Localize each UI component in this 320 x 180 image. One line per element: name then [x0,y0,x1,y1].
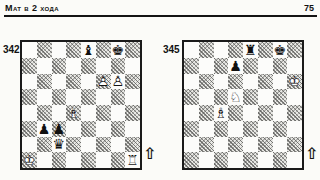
square-b1 [37,152,52,168]
square-d7 [66,58,81,74]
square-e2 [243,137,258,153]
square-e4 [243,105,258,121]
square-g2 [273,137,288,153]
square-c8 [214,42,229,58]
square-a1: ♚♔ [22,152,37,168]
black-king: ♚ [111,42,126,58]
square-g7 [273,58,288,74]
square-h6 [125,74,140,90]
square-g6 [273,74,288,90]
black-bishop: ♝ [81,42,96,58]
square-c2 [214,137,229,153]
square-g1 [111,152,126,168]
black-king: ♚ [273,42,288,58]
square-a6 [184,74,199,90]
square-f4 [96,105,111,121]
square-b2 [37,137,52,153]
square-d2 [228,137,243,153]
page-title: Мат в 2 хода [5,3,59,13]
book-page: Мат в 2 хода 75 342 ♝♚♟♙♟♙♝♗♟♟♛♚♔♜♖ ⇧ 34… [0,0,320,180]
square-f1 [258,152,273,168]
square-d6 [66,74,81,90]
square-a4 [184,105,199,121]
square-a5 [22,89,37,105]
square-e3 [81,121,96,137]
square-a3 [22,121,37,137]
white-king: ♚♔ [22,152,37,168]
square-a4 [22,105,37,121]
white-knight: ♞♘ [228,89,243,105]
square-b5 [37,89,52,105]
square-d4: ♝♗ [66,105,81,121]
square-b2 [199,137,214,153]
square-g1 [273,152,288,168]
white-bishop: ♝♗ [66,105,81,121]
square-d5 [66,89,81,105]
square-a1 [184,152,199,168]
square-c5 [52,89,67,105]
square-b7 [199,58,214,74]
square-b3 [199,121,214,137]
square-g6: ♟♙ [111,74,126,90]
square-e3 [243,121,258,137]
square-e7 [81,58,96,74]
square-c6 [52,74,67,90]
square-f5 [258,89,273,105]
square-f1 [96,152,111,168]
white-rook: ♜♖ [125,152,140,168]
square-d2 [66,137,81,153]
white-to-move-arrow-345: ⇧ [305,146,318,162]
square-d8 [228,42,243,58]
square-g4 [111,105,126,121]
square-b1 [199,152,214,168]
square-e6 [81,74,96,90]
square-d3 [66,121,81,137]
square-f2 [258,137,273,153]
square-f4 [258,105,273,121]
square-e6 [243,74,258,90]
square-g3 [273,121,288,137]
black-pawn: ♟ [228,58,243,74]
square-f7 [258,58,273,74]
square-f6 [258,74,273,90]
square-g2 [111,137,126,153]
square-c4 [52,105,67,121]
square-c6 [214,74,229,90]
square-f8 [258,42,273,58]
square-e4 [81,105,96,121]
square-f6: ♟♙ [96,74,111,90]
square-e7 [243,58,258,74]
square-h2 [125,137,140,153]
square-c7 [214,58,229,74]
square-b3: ♟ [37,121,52,137]
square-h4 [125,105,140,121]
square-c2: ♛ [52,137,67,153]
black-pawn: ♟ [37,121,52,137]
square-h6: ♚♔ [287,74,302,90]
square-h1 [287,152,302,168]
square-h8 [287,42,302,58]
square-a2 [22,137,37,153]
square-e5 [81,89,96,105]
chess-board-345: ♜♚♟♚♔♞♘♝♗ [182,40,304,170]
square-c8 [52,42,67,58]
square-d4 [228,105,243,121]
square-f3 [258,121,273,137]
square-b6 [199,74,214,90]
square-c3: ♟ [52,121,67,137]
square-e8: ♝ [81,42,96,58]
square-b7 [37,58,52,74]
square-f2 [96,137,111,153]
square-f5 [96,89,111,105]
square-g5 [111,89,126,105]
square-h5 [125,89,140,105]
square-f7 [96,58,111,74]
square-b6 [37,74,52,90]
square-d6 [228,74,243,90]
square-a6 [22,74,37,90]
square-a5 [184,89,199,105]
square-c1 [52,152,67,168]
square-b4 [37,105,52,121]
black-queen: ♛ [52,137,67,153]
square-e5 [243,89,258,105]
square-c4: ♝♗ [214,105,229,121]
black-pawn: ♟ [52,121,67,137]
square-g4 [273,105,288,121]
square-d8 [66,42,81,58]
square-h4 [287,105,302,121]
white-king: ♚♔ [287,74,302,90]
white-bishop: ♝♗ [214,105,229,121]
puzzle-number-342: 342 [3,44,20,55]
square-g3 [111,121,126,137]
white-pawn: ♟♙ [111,74,126,90]
square-e2 [81,137,96,153]
square-f8 [96,42,111,58]
chess-board-342: ♝♚♟♙♟♙♝♗♟♟♛♚♔♜♖ [20,40,142,170]
square-h3 [287,121,302,137]
square-g8: ♚ [273,42,288,58]
square-b4 [199,105,214,121]
square-h8 [125,42,140,58]
square-h7 [287,58,302,74]
square-b5 [199,89,214,105]
square-d1 [66,152,81,168]
white-pawn: ♟♙ [96,74,111,90]
square-a8 [184,42,199,58]
square-c5 [214,89,229,105]
square-h7 [125,58,140,74]
page-number: 75 [304,3,314,13]
black-rook: ♜ [243,42,258,58]
square-f3 [96,121,111,137]
square-g7 [111,58,126,74]
square-h3 [125,121,140,137]
square-h1: ♜♖ [125,152,140,168]
square-c7 [52,58,67,74]
square-c1 [214,152,229,168]
square-h5 [287,89,302,105]
square-b8 [37,42,52,58]
white-to-move-arrow-342: ⇧ [143,146,156,162]
square-a7 [184,58,199,74]
square-d5: ♞♘ [228,89,243,105]
puzzle-number-345: 345 [163,44,180,55]
square-h2 [287,137,302,153]
square-g5 [273,89,288,105]
square-a2 [184,137,199,153]
square-d1 [228,152,243,168]
square-d3 [228,121,243,137]
header-rule [4,15,317,17]
square-b8 [199,42,214,58]
square-e1 [81,152,96,168]
square-d7: ♟ [228,58,243,74]
square-e1 [243,152,258,168]
square-a3 [184,121,199,137]
square-a8 [22,42,37,58]
square-a7 [22,58,37,74]
square-c3 [214,121,229,137]
square-g8: ♚ [111,42,126,58]
square-e8: ♜ [243,42,258,58]
